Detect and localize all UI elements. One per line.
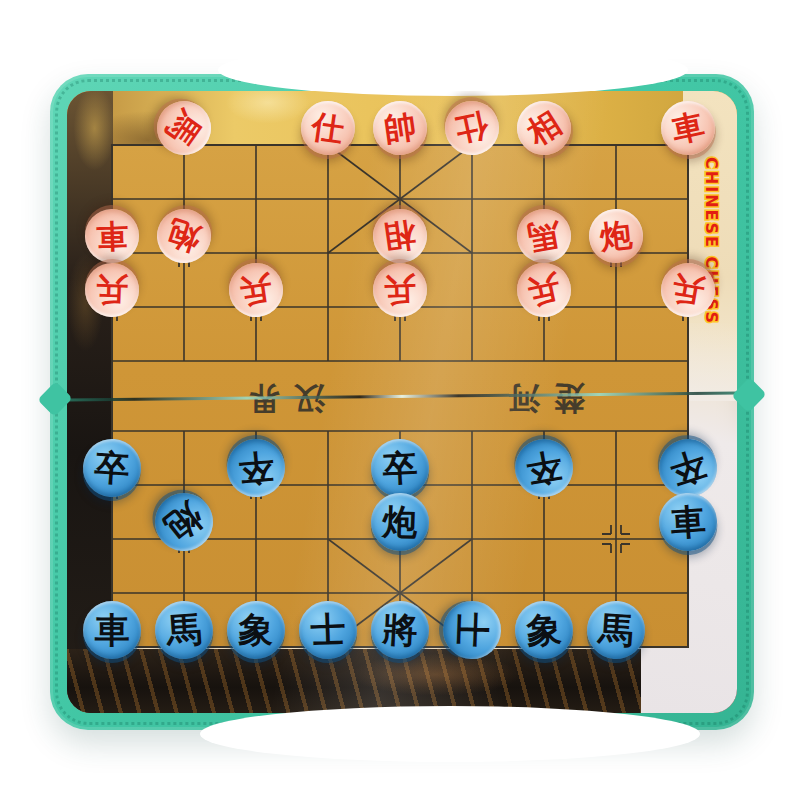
piece-character: 卒 (237, 449, 275, 487)
piece-character: 象 (238, 612, 275, 649)
piece-blue-chariot[interactable]: 車 (83, 601, 141, 659)
piece-character: 馬 (597, 611, 634, 648)
piece-character: 象 (526, 612, 563, 649)
piece-character: 兵 (525, 271, 563, 309)
piece-character: 帥 (382, 110, 418, 146)
piece-character: 卒 (93, 449, 130, 486)
piece-character: 相 (522, 106, 566, 150)
piece-character: 將 (382, 612, 419, 649)
piece-character: 馬 (525, 217, 562, 254)
piece-character: 仕 (453, 109, 491, 147)
piece-character: 車 (95, 613, 130, 648)
background-wave-bottom (200, 706, 700, 762)
product-photo-stage: 汉界 楚河 馬仕帥仕相車車炮相馬炮兵兵兵兵兵卒卒卒卒卒炮炮車車馬象士將士象馬 C… (0, 0, 800, 800)
piece-character: 車 (669, 109, 707, 147)
printed-board-surface: 汉界 楚河 馬仕帥仕相車車炮相馬炮兵兵兵兵兵卒卒卒卒卒炮炮車車馬象士將士象馬 C… (67, 91, 737, 713)
piece-character: 卒 (382, 450, 419, 487)
piece-character: 馬 (162, 106, 207, 151)
piece-character: 炮 (159, 497, 208, 546)
piece-character: 車 (95, 219, 128, 252)
piece-character: 士 (454, 612, 490, 648)
piece-character: 兵 (238, 272, 274, 308)
piece-character: 相 (382, 218, 418, 254)
piece-character: 卒 (524, 448, 565, 489)
piece-character: 馬 (165, 611, 202, 648)
piece-character: 士 (310, 612, 346, 648)
piece-character: 炮 (382, 504, 418, 540)
piece-character: 仕 (310, 110, 346, 146)
piece-character: 炮 (164, 216, 204, 256)
piece-character: 兵 (383, 273, 416, 306)
piece-character: 車 (669, 503, 706, 540)
piece-character: 兵 (669, 271, 706, 308)
piece-character: 兵 (95, 273, 128, 306)
piece-character: 卒 (666, 446, 710, 490)
piece-character: 炮 (598, 218, 633, 253)
xiangqi-folding-mat: 汉界 楚河 馬仕帥仕相車車炮相馬炮兵兵兵兵兵卒卒卒卒卒炮炮車車馬象士將士象馬 C… (50, 74, 754, 730)
background-wave-top (218, 44, 688, 96)
